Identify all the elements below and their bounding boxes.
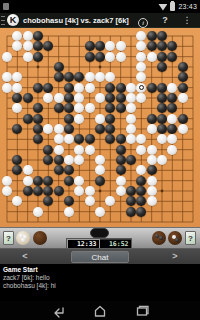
white-stone — [147, 155, 157, 165]
white-stone — [167, 114, 177, 124]
info-button[interactable]: i — [132, 11, 154, 29]
black-stone — [105, 114, 115, 124]
white-stone — [54, 145, 64, 155]
black-stone-bowl — [33, 231, 47, 245]
white-stone — [147, 186, 157, 196]
white-stone — [116, 186, 126, 196]
white-stone — [116, 176, 126, 186]
black-stone — [33, 31, 43, 41]
white-stone — [23, 52, 33, 62]
black-stone — [147, 165, 157, 175]
white-stone — [178, 93, 188, 103]
white-stone — [105, 52, 115, 62]
black-stone — [157, 124, 167, 134]
black-stone — [43, 83, 53, 93]
white-stone — [85, 186, 95, 196]
white-stone — [74, 145, 84, 155]
white-stone — [64, 155, 74, 165]
android-nav-bar — [0, 301, 200, 320]
black-stone — [147, 31, 157, 41]
black-stone — [54, 72, 64, 82]
white-stone — [23, 31, 33, 41]
overflow-menu-button[interactable]: ⋮ — [176, 15, 198, 25]
black-stone — [157, 114, 167, 124]
white-stone — [23, 176, 33, 186]
white-stone — [147, 124, 157, 134]
white-stone — [74, 114, 84, 124]
captured-white-bowl — [168, 231, 182, 245]
white-stone — [147, 196, 157, 206]
black-stone — [54, 62, 64, 72]
white-stone — [85, 72, 95, 82]
recents-button[interactable] — [135, 304, 149, 318]
chat-message: zack7 [6k]: hello — [3, 274, 197, 282]
black-stone — [64, 93, 74, 103]
chat-tab[interactable]: Chat — [71, 251, 129, 263]
black-stone — [126, 207, 136, 217]
white-stone — [178, 124, 188, 134]
white-stone — [33, 207, 43, 217]
app-screen: 23:43 K chobohasu [4k] vs. zack7 [6k] i … — [0, 0, 200, 320]
black-stone — [116, 83, 126, 93]
black-stone — [136, 176, 146, 186]
white-stone — [136, 83, 146, 93]
drawer-handle-icon[interactable] — [1, 16, 5, 25]
white-stone — [116, 41, 126, 51]
tray-bar: ? 188 12:33 16:52 ? — [0, 227, 200, 248]
last-move-marker — [139, 85, 145, 91]
black-stone — [116, 134, 126, 144]
white-stone — [136, 52, 146, 62]
status-clock: 23:43 — [178, 3, 197, 10]
white-stone — [2, 83, 12, 93]
black-stone — [33, 176, 43, 186]
black-stone — [147, 41, 157, 51]
black-stone — [33, 83, 43, 93]
black-stone — [157, 31, 167, 41]
white-stone — [116, 52, 126, 62]
battery-icon — [170, 2, 175, 11]
black-stone — [23, 93, 33, 103]
help-button[interactable]: ? — [154, 15, 176, 25]
white-stone — [2, 186, 12, 196]
black-stone — [23, 114, 33, 124]
black-stone — [105, 83, 115, 93]
black-stone — [85, 134, 95, 144]
black-stone — [54, 186, 64, 196]
white-stone — [147, 52, 157, 62]
white-stone — [64, 207, 74, 217]
black-stone — [116, 145, 126, 155]
white-stone — [74, 83, 84, 93]
right-player-clock: 16:52 — [100, 240, 131, 249]
white-stone — [85, 145, 95, 155]
black-stone — [178, 62, 188, 72]
black-stone — [147, 114, 157, 124]
app-logo-icon[interactable]: K — [7, 14, 19, 26]
white-stone — [54, 93, 64, 103]
game-title: chobohasu [4k] vs. zack7 [6k] — [23, 16, 132, 25]
black-stone — [64, 176, 74, 186]
black-stone — [95, 124, 105, 134]
black-stone — [178, 72, 188, 82]
white-stone — [23, 165, 33, 175]
black-stone — [43, 176, 53, 186]
home-button[interactable] — [93, 304, 107, 318]
chat-log[interactable]: Game Start zack7 [6k]: hello chobohasu [… — [0, 264, 200, 301]
black-stone — [33, 114, 43, 124]
white-stone — [126, 83, 136, 93]
black-stone — [33, 52, 43, 62]
back-button[interactable] — [51, 304, 65, 318]
black-stone — [157, 83, 167, 93]
next-tab-button[interactable]: > — [150, 249, 200, 264]
chat-tab-strip: < Chat > — [0, 248, 200, 264]
white-stone — [85, 83, 95, 93]
black-stone — [85, 52, 95, 62]
white-stone — [2, 176, 12, 186]
left-player-avatar: ? — [3, 231, 14, 245]
black-stone — [157, 93, 167, 103]
black-stone — [157, 52, 167, 62]
white-stone — [126, 114, 136, 124]
white-stone — [147, 145, 157, 155]
black-stone — [54, 165, 64, 175]
white-stone — [74, 176, 84, 186]
black-stone — [95, 176, 105, 186]
white-stone — [147, 176, 157, 186]
black-stone — [136, 207, 146, 217]
white-stone — [126, 93, 136, 103]
black-stone — [147, 83, 157, 93]
wifi-icon — [158, 3, 167, 11]
white-stone — [12, 83, 22, 93]
black-stone — [54, 103, 64, 113]
white-stone — [157, 155, 167, 165]
black-stone — [116, 165, 126, 175]
black-stone — [178, 114, 188, 124]
white-stone — [167, 145, 177, 155]
white-stone — [54, 134, 64, 144]
black-stone — [116, 93, 126, 103]
black-stone — [126, 186, 136, 196]
white-stone — [95, 155, 105, 165]
move-number-chip: 188 — [90, 228, 109, 238]
black-stone — [116, 103, 126, 113]
black-stone — [126, 155, 136, 165]
action-bar: K chobohasu [4k] vs. zack7 [6k] i ? ⋮ — [0, 13, 200, 28]
white-stone — [2, 52, 12, 62]
black-stone — [33, 186, 43, 196]
black-stone — [54, 155, 64, 165]
black-stone — [85, 41, 95, 51]
notification-icon — [3, 3, 9, 10]
black-stone — [33, 124, 43, 134]
captured-black-bowl — [152, 231, 166, 245]
chat-message: Game Start — [3, 266, 197, 274]
white-stone — [54, 124, 64, 134]
chat-message: chobohasu [4k]: hi — [3, 282, 197, 290]
prev-tab-button[interactable]: < — [0, 249, 50, 264]
white-stone — [136, 145, 146, 155]
white-stone — [85, 196, 95, 206]
black-stone — [64, 83, 74, 93]
black-stone — [167, 52, 177, 62]
left-player-clock: 12:33 — [68, 240, 99, 249]
white-stone — [126, 124, 136, 134]
white-stone — [95, 207, 105, 217]
white-stone — [85, 103, 95, 113]
go-board[interactable] — [0, 28, 200, 227]
black-stone — [157, 62, 167, 72]
black-stone — [64, 114, 74, 124]
white-stone — [23, 41, 33, 51]
black-stone — [95, 52, 105, 62]
black-stone — [116, 155, 126, 165]
white-stone — [95, 114, 105, 124]
black-stone — [178, 83, 188, 93]
black-stone — [23, 186, 33, 196]
white-stone — [95, 93, 105, 103]
white-stone — [167, 83, 177, 93]
black-stone — [43, 145, 53, 155]
black-stone — [64, 124, 74, 134]
right-player-avatar: ? — [185, 231, 196, 245]
white-stone-bowl — [16, 231, 30, 245]
